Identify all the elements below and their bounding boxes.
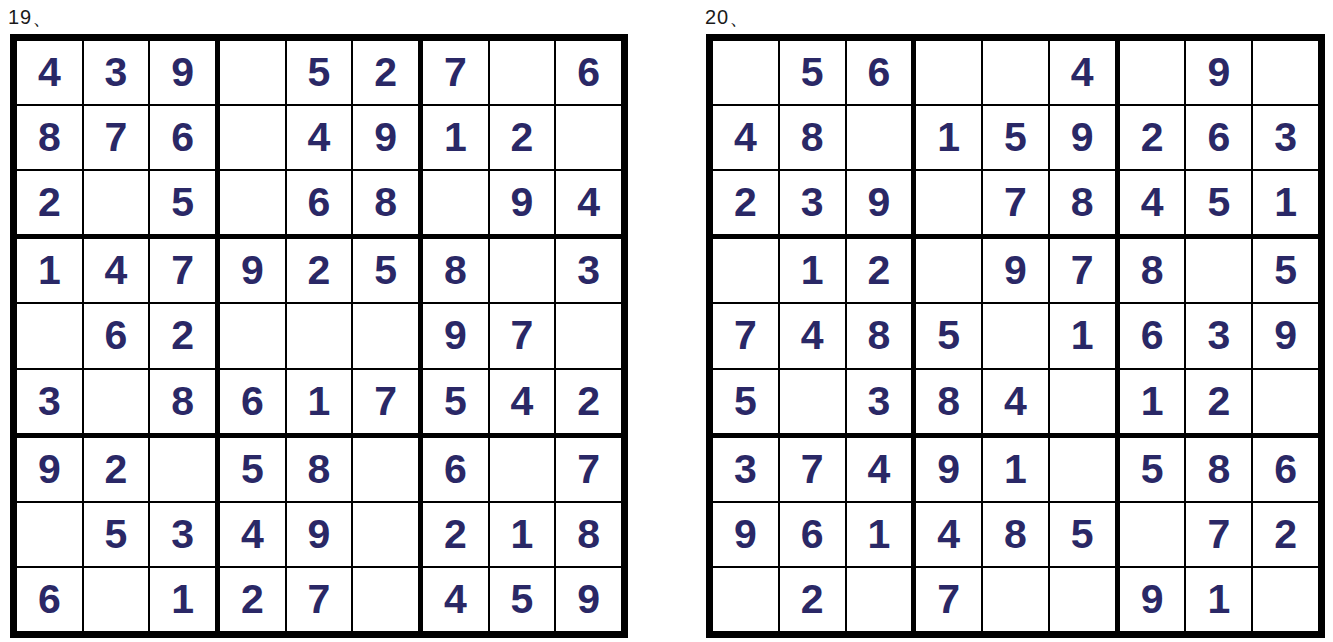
box-0-0: 43987625 (17, 41, 215, 234)
sudoku-grid-19: 4398762552496876129414762389256178397542… (10, 34, 628, 638)
box-2-2: 5867291 (1120, 438, 1318, 631)
cell-r4c7[interactable]: 8 (1120, 239, 1185, 302)
cell-r3c7[interactable]: 4 (1120, 171, 1185, 234)
cell-r3c6[interactable]: 8 (353, 171, 418, 234)
cell-r4c3[interactable]: 2 (847, 239, 912, 302)
cell-r5c7[interactable]: 9 (423, 304, 488, 367)
cell-r4c1[interactable] (713, 239, 778, 302)
cell-r7c7[interactable]: 6 (423, 438, 488, 501)
cell-r8c8[interactable]: 7 (1186, 503, 1251, 566)
cell-r3c8[interactable]: 9 (490, 171, 555, 234)
cell-r1c4[interactable] (220, 41, 285, 104)
cell-r9c3[interactable]: 1 (150, 568, 215, 631)
cell-r8c9[interactable]: 2 (1253, 503, 1318, 566)
cell-r6c9[interactable] (1253, 370, 1318, 433)
cell-r2c9[interactable] (556, 106, 621, 169)
cell-r7c9[interactable]: 7 (556, 438, 621, 501)
cell-r4c5[interactable]: 2 (287, 239, 352, 302)
box-1-0: 1476238 (17, 239, 215, 432)
cell-r2c5[interactable]: 4 (287, 106, 352, 169)
cell-r5c3[interactable]: 8 (847, 304, 912, 367)
cell-r1c3[interactable]: 6 (847, 41, 912, 104)
cell-r3c5[interactable]: 7 (983, 171, 1048, 234)
cell-r3c5[interactable]: 6 (287, 171, 352, 234)
cell-r7c5[interactable]: 8 (287, 438, 352, 501)
cell-r1c3[interactable]: 9 (150, 41, 215, 104)
cell-r6c7[interactable]: 1 (1120, 370, 1185, 433)
cell-r8c2[interactable]: 6 (780, 503, 845, 566)
box-1-2: 8563912 (1120, 239, 1318, 432)
cell-r8c3[interactable]: 1 (847, 503, 912, 566)
cell-r4c6[interactable]: 5 (353, 239, 418, 302)
cell-r8c9[interactable]: 8 (556, 503, 621, 566)
cell-r2c6[interactable]: 9 (353, 106, 418, 169)
cell-r8c4[interactable]: 4 (916, 503, 981, 566)
cell-r9c2[interactable] (84, 568, 149, 631)
cell-r7c8[interactable]: 8 (1186, 438, 1251, 501)
sudoku-grid-20: 5648239415978926345112748539751848563912… (706, 34, 1325, 638)
cell-r8c4[interactable]: 4 (220, 503, 285, 566)
cell-r7c2[interactable]: 2 (84, 438, 149, 501)
cell-r8c6[interactable] (353, 503, 418, 566)
box-0-2: 761294 (423, 41, 621, 234)
cell-r7c4[interactable]: 5 (220, 438, 285, 501)
cell-r6c6[interactable] (1050, 370, 1115, 433)
cell-r2c7[interactable]: 2 (1120, 106, 1185, 169)
cell-r5c3[interactable]: 2 (150, 304, 215, 367)
cell-r5c9[interactable]: 9 (1253, 304, 1318, 367)
cell-r3c4[interactable] (220, 171, 285, 234)
cell-r1c5[interactable]: 5 (287, 41, 352, 104)
cell-r8c8[interactable]: 1 (490, 503, 555, 566)
cell-r1c6[interactable]: 4 (1050, 41, 1115, 104)
cell-r2c3[interactable]: 6 (150, 106, 215, 169)
cell-r6c1[interactable]: 3 (17, 370, 82, 433)
cell-r4c5[interactable]: 9 (983, 239, 1048, 302)
cell-r1c9[interactable] (1253, 41, 1318, 104)
cell-r3c3[interactable]: 9 (847, 171, 912, 234)
cell-r7c4[interactable]: 9 (916, 438, 981, 501)
box-2-0: 925361 (17, 438, 215, 631)
cell-r9c8[interactable]: 1 (1186, 568, 1251, 631)
cell-r6c4[interactable]: 8 (916, 370, 981, 433)
cell-r8c1[interactable]: 9 (713, 503, 778, 566)
cell-r4c3[interactable]: 7 (150, 239, 215, 302)
puzzle-19-label: 19、 (8, 4, 53, 31)
cell-r9c9[interactable] (1253, 568, 1318, 631)
cell-r5c5[interactable] (983, 304, 1048, 367)
cell-r6c3[interactable]: 8 (150, 370, 215, 433)
cell-r5c1[interactable]: 7 (713, 304, 778, 367)
cell-r6c7[interactable]: 5 (423, 370, 488, 433)
cell-r9c6[interactable] (1050, 568, 1115, 631)
cell-r3c3[interactable]: 5 (150, 171, 215, 234)
cell-r1c6[interactable]: 2 (353, 41, 418, 104)
cell-r8c5[interactable]: 8 (983, 503, 1048, 566)
cell-r3c9[interactable]: 1 (1253, 171, 1318, 234)
cell-r1c4[interactable] (916, 41, 981, 104)
cell-r2c8[interactable]: 2 (490, 106, 555, 169)
cell-r9c4[interactable]: 2 (220, 568, 285, 631)
cell-r4c7[interactable]: 8 (423, 239, 488, 302)
cell-r1c1[interactable]: 4 (17, 41, 82, 104)
cell-r4c9[interactable]: 3 (556, 239, 621, 302)
cell-r6c2[interactable] (84, 370, 149, 433)
cell-r2c2[interactable]: 8 (780, 106, 845, 169)
cell-r1c2[interactable]: 3 (84, 41, 149, 104)
box-1-1: 925617 (220, 239, 418, 432)
box-0-1: 415978 (916, 41, 1114, 234)
cell-r7c8[interactable] (490, 438, 555, 501)
cell-r7c6[interactable] (353, 438, 418, 501)
box-1-0: 1274853 (713, 239, 911, 432)
cell-r2c4[interactable] (220, 106, 285, 169)
cell-r8c5[interactable]: 9 (287, 503, 352, 566)
cell-r6c5[interactable]: 4 (983, 370, 1048, 433)
cell-r2c5[interactable]: 5 (983, 106, 1048, 169)
cell-r5c5[interactable] (287, 304, 352, 367)
cell-r7c1[interactable]: 9 (17, 438, 82, 501)
cell-r3c1[interactable]: 2 (17, 171, 82, 234)
cell-r1c1[interactable] (713, 41, 778, 104)
cell-r4c4[interactable]: 9 (220, 239, 285, 302)
box-1-2: 8397542 (423, 239, 621, 432)
cell-r1c9[interactable]: 6 (556, 41, 621, 104)
cell-r8c2[interactable]: 5 (84, 503, 149, 566)
cell-r9c7[interactable]: 4 (423, 568, 488, 631)
cell-r7c3[interactable]: 4 (847, 438, 912, 501)
cell-r8c6[interactable]: 5 (1050, 503, 1115, 566)
cell-r2c7[interactable]: 1 (423, 106, 488, 169)
cell-r6c8[interactable]: 4 (490, 370, 555, 433)
box-2-0: 3749612 (713, 438, 911, 631)
cell-r4c9[interactable]: 5 (1253, 239, 1318, 302)
cell-r3c2[interactable] (84, 171, 149, 234)
cell-r9c6[interactable] (353, 568, 418, 631)
cell-r2c2[interactable]: 7 (84, 106, 149, 169)
box-2-1: 584927 (220, 438, 418, 631)
cell-r4c8[interactable] (490, 239, 555, 302)
cell-r5c2[interactable]: 4 (780, 304, 845, 367)
cell-r2c3[interactable] (847, 106, 912, 169)
cell-r3c6[interactable]: 8 (1050, 171, 1115, 234)
box-1-1: 975184 (916, 239, 1114, 432)
cell-r9c2[interactable]: 2 (780, 568, 845, 631)
cell-r7c7[interactable]: 5 (1120, 438, 1185, 501)
cell-r5c1[interactable] (17, 304, 82, 367)
cell-r5c7[interactable]: 6 (1120, 304, 1185, 367)
cell-r5c8[interactable]: 7 (490, 304, 555, 367)
cell-r3c4[interactable] (916, 171, 981, 234)
cell-r1c5[interactable] (983, 41, 1048, 104)
cell-r6c1[interactable]: 5 (713, 370, 778, 433)
cell-r2c9[interactable]: 3 (1253, 106, 1318, 169)
cell-r9c5[interactable] (983, 568, 1048, 631)
cell-r1c8[interactable]: 9 (1186, 41, 1251, 104)
cell-r6c6[interactable]: 7 (353, 370, 418, 433)
cell-r1c2[interactable]: 5 (780, 41, 845, 104)
cell-r1c7[interactable] (1120, 41, 1185, 104)
cell-r4c1[interactable]: 1 (17, 239, 82, 302)
cell-r9c4[interactable]: 7 (916, 568, 981, 631)
cell-r4c4[interactable] (916, 239, 981, 302)
cell-r3c8[interactable]: 5 (1186, 171, 1251, 234)
cell-r3c9[interactable]: 4 (556, 171, 621, 234)
cell-r9c8[interactable]: 5 (490, 568, 555, 631)
cell-r7c1[interactable]: 3 (713, 438, 778, 501)
cell-r5c6[interactable]: 1 (1050, 304, 1115, 367)
cell-r6c5[interactable]: 1 (287, 370, 352, 433)
cell-r7c5[interactable]: 1 (983, 438, 1048, 501)
cell-r9c1[interactable]: 6 (17, 568, 82, 631)
cell-r3c2[interactable]: 3 (780, 171, 845, 234)
cell-r7c3[interactable] (150, 438, 215, 501)
cell-r4c2[interactable]: 4 (84, 239, 149, 302)
cell-r4c2[interactable]: 1 (780, 239, 845, 302)
cell-r9c7[interactable]: 9 (1120, 568, 1185, 631)
cell-r1c8[interactable] (490, 41, 555, 104)
cell-r2c1[interactable]: 8 (17, 106, 82, 169)
box-2-2: 67218459 (423, 438, 621, 631)
cell-r4c6[interactable]: 7 (1050, 239, 1115, 302)
cell-r7c9[interactable]: 6 (1253, 438, 1318, 501)
cell-r8c3[interactable]: 3 (150, 503, 215, 566)
cell-r9c5[interactable]: 7 (287, 568, 352, 631)
cell-r1c7[interactable]: 7 (423, 41, 488, 104)
cell-r9c3[interactable] (847, 568, 912, 631)
cell-r5c6[interactable] (353, 304, 418, 367)
box-0-0: 5648239 (713, 41, 911, 234)
cell-r9c9[interactable]: 9 (556, 568, 621, 631)
puzzle-20-label: 20、 (705, 4, 750, 31)
cell-r8c1[interactable] (17, 503, 82, 566)
cell-r7c2[interactable]: 7 (780, 438, 845, 501)
box-0-1: 524968 (220, 41, 418, 234)
cell-r6c9[interactable]: 2 (556, 370, 621, 433)
cell-r4c8[interactable] (1186, 239, 1251, 302)
cell-r5c4[interactable] (220, 304, 285, 367)
cell-r5c4[interactable]: 5 (916, 304, 981, 367)
cell-r5c8[interactable]: 3 (1186, 304, 1251, 367)
cell-r7c6[interactable] (1050, 438, 1115, 501)
cell-r3c7[interactable] (423, 171, 488, 234)
cell-r8c7[interactable] (1120, 503, 1185, 566)
cell-r2c1[interactable]: 4 (713, 106, 778, 169)
box-2-1: 914857 (916, 438, 1114, 631)
cell-r5c9[interactable] (556, 304, 621, 367)
cell-r3c1[interactable]: 2 (713, 171, 778, 234)
cell-r6c2[interactable] (780, 370, 845, 433)
cell-r5c2[interactable]: 6 (84, 304, 149, 367)
box-0-2: 9263451 (1120, 41, 1318, 234)
cell-r2c4[interactable]: 1 (916, 106, 981, 169)
cell-r8c7[interactable]: 2 (423, 503, 488, 566)
cell-r2c6[interactable]: 9 (1050, 106, 1115, 169)
cell-r9c1[interactable] (713, 568, 778, 631)
cell-r6c3[interactable]: 3 (847, 370, 912, 433)
cell-r2c8[interactable]: 6 (1186, 106, 1251, 169)
cell-r6c8[interactable]: 2 (1186, 370, 1251, 433)
cell-r6c4[interactable]: 6 (220, 370, 285, 433)
